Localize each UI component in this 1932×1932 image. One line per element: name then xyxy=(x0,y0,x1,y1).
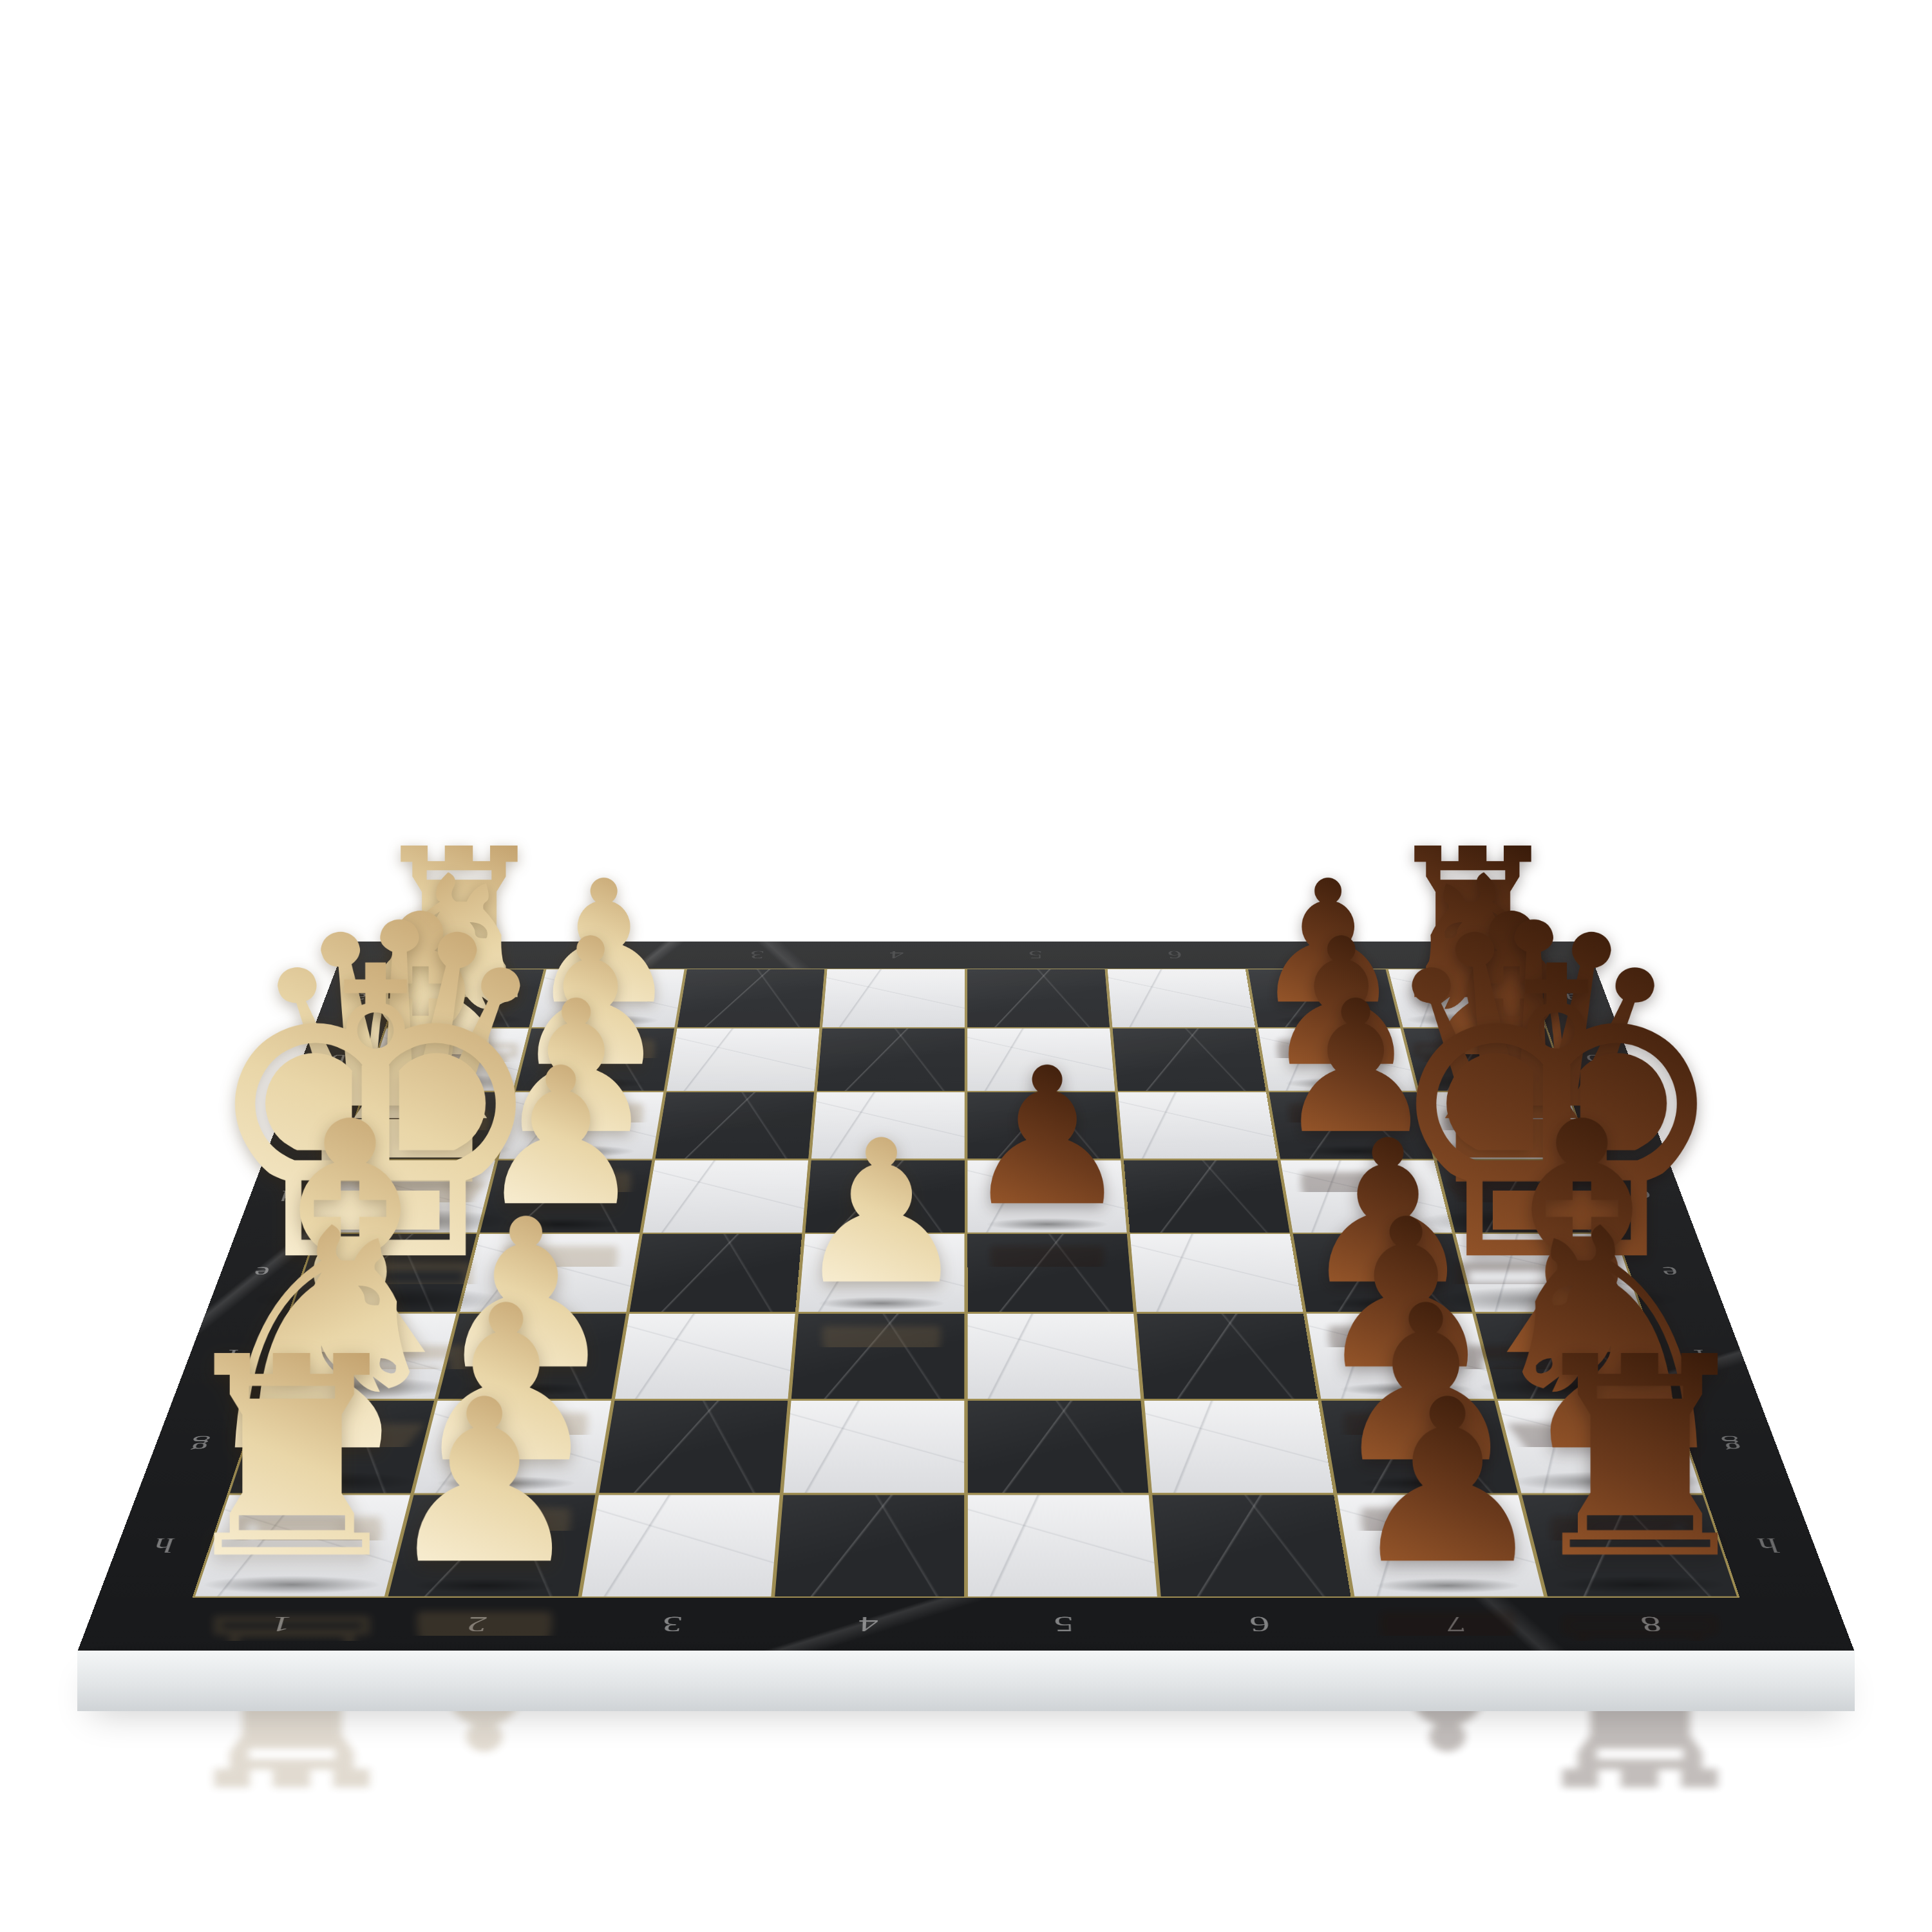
white-pawn-glyph: ♟ xyxy=(383,1376,585,1590)
square-e3[interactable] xyxy=(629,1234,802,1312)
coord-label-far-5: 5 xyxy=(966,942,1106,969)
square-f5[interactable] xyxy=(968,1314,1141,1399)
coord-label-near-2: 2 xyxy=(372,1598,580,1652)
white-rook-glyph: ♜ xyxy=(168,1328,415,1590)
coord-label-near-4: 4 xyxy=(768,1598,967,1652)
square-h4[interactable] xyxy=(775,1495,964,1596)
black-rook-glyph: ♜ xyxy=(1517,1328,1764,1590)
square-c6[interactable] xyxy=(1118,1092,1277,1159)
coord-label-far-4: 4 xyxy=(826,942,966,969)
piece-black-pawn-d5[interactable]: ♟ xyxy=(962,1048,1132,1228)
square-b3[interactable] xyxy=(667,1028,819,1090)
square-a4[interactable] xyxy=(822,969,965,1027)
square-g3[interactable] xyxy=(599,1401,788,1493)
square-b4[interactable] xyxy=(817,1028,965,1090)
square-d3[interactable] xyxy=(643,1160,808,1233)
board-side-edge xyxy=(77,1651,1855,1711)
square-h2[interactable]: ♟ xyxy=(388,1495,595,1596)
board-grid: ♜♟♟♜♞♟♟♞♝♟♟♝♛♟♟♛♚♟♟♚♝♟♟♝♞♟♟♞♜♟♟♜ xyxy=(192,969,1739,1598)
white-pawn-glyph: ♟ xyxy=(793,1119,970,1307)
square-a5[interactable] xyxy=(967,969,1110,1027)
square-g5[interactable] xyxy=(968,1401,1149,1493)
square-h5[interactable] xyxy=(968,1495,1157,1596)
square-c3[interactable] xyxy=(655,1092,814,1159)
coord-label-near-7: 7 xyxy=(1353,1598,1560,1652)
board-perspective-wrapper: 12345678 12345678 abcdefgh abcdefgh ♜♟♟♜… xyxy=(77,942,1855,1652)
square-h8[interactable]: ♜ xyxy=(1522,1495,1737,1596)
coord-label-near-1: 1 xyxy=(174,1598,386,1652)
square-h1[interactable]: ♜ xyxy=(195,1495,410,1596)
square-b6[interactable] xyxy=(1113,1028,1265,1090)
square-e6[interactable] xyxy=(1130,1234,1303,1312)
square-h7[interactable]: ♟ xyxy=(1337,1495,1544,1596)
square-h3[interactable] xyxy=(582,1495,780,1596)
coord-label-near-5: 5 xyxy=(966,1598,1164,1652)
piece-white-pawn-h2[interactable]: ♟ xyxy=(383,1376,585,1590)
square-g4[interactable] xyxy=(783,1401,964,1493)
piece-black-rook-h8[interactable]: ♜ xyxy=(1517,1328,1764,1590)
square-f6[interactable] xyxy=(1137,1314,1318,1399)
black-pawn-glyph: ♟ xyxy=(962,1048,1132,1228)
square-e4[interactable]: ♟ xyxy=(799,1234,965,1312)
square-f4[interactable] xyxy=(791,1314,965,1399)
coord-label-near-3: 3 xyxy=(570,1598,773,1652)
coord-label-near-6: 6 xyxy=(1159,1598,1362,1652)
square-g6[interactable] xyxy=(1144,1401,1333,1493)
square-f3[interactable] xyxy=(615,1314,795,1399)
square-d6[interactable] xyxy=(1124,1160,1289,1233)
square-e5[interactable] xyxy=(967,1234,1133,1312)
photo-scene: 12345678 12345678 abcdefgh abcdefgh ♜♟♟♜… xyxy=(0,0,1932,1932)
square-a6[interactable] xyxy=(1108,969,1255,1027)
square-d5[interactable]: ♟ xyxy=(967,1160,1126,1233)
rank-labels-near: 12345678 xyxy=(174,1598,1758,1652)
piece-white-pawn-e4[interactable]: ♟ xyxy=(793,1119,970,1307)
square-h6[interactable] xyxy=(1152,1495,1350,1596)
piece-white-rook-h1[interactable]: ♜ xyxy=(168,1328,415,1590)
chess-board: 12345678 12345678 abcdefgh abcdefgh ♜♟♟♜… xyxy=(77,942,1855,1652)
coord-label-near-8: 8 xyxy=(1546,1598,1758,1652)
square-a3[interactable] xyxy=(677,969,824,1027)
coord-label-far-6: 6 xyxy=(1104,942,1246,969)
coord-label-far-3: 3 xyxy=(685,942,828,969)
